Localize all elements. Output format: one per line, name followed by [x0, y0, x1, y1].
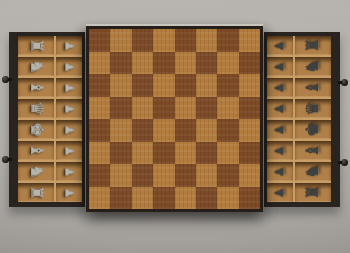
- tray-slot-white-rook: ♜: [18, 36, 54, 55]
- tray-slot-black-pawn: ♟: [267, 36, 293, 55]
- black-pawn-piece[interactable]: ♟: [274, 187, 286, 198]
- board-square[interactable]: [239, 142, 260, 165]
- white-pawn-piece[interactable]: ♟: [63, 61, 75, 72]
- board-square[interactable]: [153, 119, 174, 142]
- board-square[interactable]: [217, 142, 238, 165]
- tray-slot-white-king: ♚: [18, 120, 54, 139]
- board-square[interactable]: [217, 119, 238, 142]
- tray-slot-black-pawn: ♟: [267, 141, 293, 160]
- board-square[interactable]: [175, 119, 196, 142]
- tray-slot-black-rook: ♜: [295, 36, 331, 55]
- black-rook-piece[interactable]: ♜: [304, 38, 321, 53]
- drawer-knob-left-top[interactable]: [2, 76, 9, 83]
- tray-grid-right: ♟♜♟♞♟♝♟♛♟♚♟♝♟♞♟♜: [267, 36, 331, 202]
- board-square[interactable]: [132, 74, 153, 97]
- board-square[interactable]: [110, 52, 131, 75]
- white-pawn-piece[interactable]: ♟: [63, 145, 75, 156]
- board-square[interactable]: [132, 164, 153, 187]
- board-square[interactable]: [153, 164, 174, 187]
- chess-board: [86, 24, 263, 212]
- tray-slot-white-rook: ♜: [18, 183, 54, 202]
- board-square[interactable]: [175, 187, 196, 210]
- tray-slot-white-pawn: ♟: [56, 78, 82, 97]
- board-square[interactable]: [175, 164, 196, 187]
- board-square[interactable]: [110, 164, 131, 187]
- tray-slot-white-pawn: ♟: [56, 183, 82, 202]
- tray-slot-black-pawn: ♟: [267, 162, 293, 181]
- white-bishop-piece[interactable]: ♝: [28, 143, 45, 158]
- board-square[interactable]: [239, 164, 260, 187]
- tray-slot-white-knight: ♞: [18, 57, 54, 76]
- black-knight-piece[interactable]: ♞: [304, 164, 321, 179]
- tray-slot-black-knight: ♞: [295, 57, 331, 76]
- board-square[interactable]: [89, 119, 110, 142]
- tray-slot-black-knight: ♞: [295, 162, 331, 181]
- board-square[interactable]: [217, 52, 238, 75]
- black-rook-piece[interactable]: ♜: [304, 185, 321, 200]
- board-square[interactable]: [89, 187, 110, 210]
- board-grid: [89, 29, 260, 209]
- board-square[interactable]: [196, 142, 217, 165]
- black-pawn-piece[interactable]: ♟: [274, 61, 286, 72]
- board-square[interactable]: [217, 29, 238, 52]
- board-square[interactable]: [89, 52, 110, 75]
- board-square[interactable]: [217, 97, 238, 120]
- board-square[interactable]: [153, 52, 174, 75]
- white-king-piece[interactable]: ♚: [28, 122, 45, 137]
- board-square[interactable]: [217, 74, 238, 97]
- black-pawn-piece[interactable]: ♟: [274, 40, 286, 51]
- board-square[interactable]: [196, 164, 217, 187]
- board-square[interactable]: [153, 142, 174, 165]
- board-square[interactable]: [89, 29, 110, 52]
- tray-grid-left: ♜♟♞♟♝♟♛♟♚♟♝♟♞♟♜♟: [18, 36, 82, 202]
- black-piece-drawer[interactable]: ♟♜♟♞♟♝♟♛♟♚♟♝♟♞♟♜: [264, 31, 340, 207]
- board-square[interactable]: [239, 119, 260, 142]
- board-square[interactable]: [110, 29, 131, 52]
- board-square[interactable]: [132, 52, 153, 75]
- tray-slot-white-pawn: ♟: [56, 36, 82, 55]
- board-square[interactable]: [239, 187, 260, 210]
- board-square[interactable]: [175, 97, 196, 120]
- board-square[interactable]: [89, 142, 110, 165]
- tray-slot-black-queen: ♛: [295, 99, 331, 118]
- board-square[interactable]: [217, 187, 238, 210]
- tray-slot-white-pawn: ♟: [56, 120, 82, 139]
- black-pawn-piece[interactable]: ♟: [274, 124, 286, 135]
- black-bishop-piece[interactable]: ♝: [304, 143, 321, 158]
- black-pawn-piece[interactable]: ♟: [274, 145, 286, 156]
- board-square[interactable]: [239, 29, 260, 52]
- board-square[interactable]: [153, 187, 174, 210]
- drawer-knob-right-bottom[interactable]: [341, 159, 348, 166]
- black-knight-piece[interactable]: ♞: [304, 59, 321, 74]
- tray-slot-black-pawn: ♟: [267, 78, 293, 97]
- board-square[interactable]: [110, 119, 131, 142]
- chess-set-photo: ♜♟♞♟♝♟♛♟♚♟♝♟♞♟♜♟ ♟♜♟♞♟♝♟♛♟♚♟♝♟♞♟♜: [0, 0, 350, 253]
- white-pawn-piece[interactable]: ♟: [63, 166, 75, 177]
- black-bishop-piece[interactable]: ♝: [304, 80, 321, 95]
- tray-slot-black-pawn: ♟: [267, 120, 293, 139]
- white-rook-piece[interactable]: ♜: [28, 38, 45, 53]
- black-pawn-piece[interactable]: ♟: [274, 82, 286, 93]
- white-knight-piece[interactable]: ♞: [28, 59, 45, 74]
- board-square[interactable]: [196, 119, 217, 142]
- tray-slot-black-pawn: ♟: [267, 99, 293, 118]
- tray-slot-white-pawn: ♟: [56, 57, 82, 76]
- tray-slot-black-bishop: ♝: [295, 78, 331, 97]
- black-queen-piece[interactable]: ♛: [304, 101, 321, 116]
- tray-slot-white-bishop: ♝: [18, 78, 54, 97]
- white-queen-piece[interactable]: ♛: [28, 101, 45, 116]
- tray-slot-white-pawn: ♟: [56, 162, 82, 181]
- tray-slot-white-pawn: ♟: [56, 99, 82, 118]
- board-square[interactable]: [175, 74, 196, 97]
- board-square[interactable]: [110, 187, 131, 210]
- black-pawn-piece[interactable]: ♟: [274, 103, 286, 114]
- tray-slot-white-pawn: ♟: [56, 141, 82, 160]
- white-pawn-piece[interactable]: ♟: [63, 187, 75, 198]
- drawer-knob-left-bottom[interactable]: [2, 156, 9, 163]
- tray-slot-white-bishop: ♝: [18, 141, 54, 160]
- board-square[interactable]: [175, 142, 196, 165]
- tray-slot-black-king: ♚: [295, 120, 331, 139]
- board-square[interactable]: [217, 164, 238, 187]
- tray-slot-black-rook: ♜: [295, 183, 331, 202]
- white-rook-piece[interactable]: ♜: [28, 185, 45, 200]
- board-square[interactable]: [132, 119, 153, 142]
- white-piece-drawer[interactable]: ♜♟♞♟♝♟♛♟♚♟♝♟♞♟♜♟: [9, 31, 85, 207]
- board-square[interactable]: [239, 52, 260, 75]
- white-pawn-piece[interactable]: ♟: [63, 103, 75, 114]
- drawer-knob-right-top[interactable]: [341, 79, 348, 86]
- board-square[interactable]: [196, 187, 217, 210]
- board-square[interactable]: [196, 97, 217, 120]
- white-knight-piece[interactable]: ♞: [28, 164, 45, 179]
- tray-slot-black-pawn: ♟: [267, 57, 293, 76]
- board-square[interactable]: [110, 142, 131, 165]
- board-square[interactable]: [175, 29, 196, 52]
- white-pawn-piece[interactable]: ♟: [63, 82, 75, 93]
- board-square[interactable]: [239, 74, 260, 97]
- tray-slot-black-pawn: ♟: [267, 183, 293, 202]
- tray-slot-white-queen: ♛: [18, 99, 54, 118]
- board-square[interactable]: [89, 74, 110, 97]
- black-pawn-piece[interactable]: ♟: [274, 166, 286, 177]
- board-square[interactable]: [132, 187, 153, 210]
- board-square[interactable]: [196, 29, 217, 52]
- board-square[interactable]: [153, 29, 174, 52]
- board-square[interactable]: [153, 74, 174, 97]
- board-square[interactable]: [110, 97, 131, 120]
- tray-slot-white-knight: ♞: [18, 162, 54, 181]
- white-bishop-piece[interactable]: ♝: [28, 80, 45, 95]
- board-square[interactable]: [132, 142, 153, 165]
- board-square[interactable]: [196, 74, 217, 97]
- black-king-piece[interactable]: ♚: [304, 122, 321, 137]
- board-square[interactable]: [132, 97, 153, 120]
- board-square[interactable]: [196, 52, 217, 75]
- board-square[interactable]: [132, 29, 153, 52]
- board-square[interactable]: [110, 74, 131, 97]
- board-square[interactable]: [175, 52, 196, 75]
- board-square[interactable]: [89, 97, 110, 120]
- white-pawn-piece[interactable]: ♟: [63, 40, 75, 51]
- board-square[interactable]: [153, 97, 174, 120]
- board-square[interactable]: [89, 164, 110, 187]
- board-square[interactable]: [239, 97, 260, 120]
- white-pawn-piece[interactable]: ♟: [63, 124, 75, 135]
- tray-slot-black-bishop: ♝: [295, 141, 331, 160]
